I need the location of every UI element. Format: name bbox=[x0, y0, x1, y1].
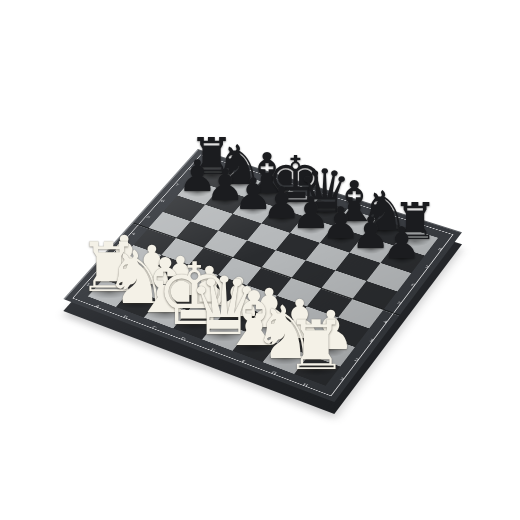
rank-label-right-4: 4 bbox=[382, 320, 388, 325]
rank-label-right-5: 5 bbox=[396, 301, 402, 305]
rank-label-right-6: 6 bbox=[410, 283, 416, 287]
product-photo-canvas: ABCDEFGH1122334455667788 ♜♞♝♚♛♝♞♜♟♟♟♟♟♟♟… bbox=[0, 0, 520, 520]
rank-label-right-8: 8 bbox=[437, 247, 443, 251]
rank-label-left-6: 6 bbox=[160, 199, 166, 203]
rank-label-right-3: 3 bbox=[368, 338, 374, 343]
rank-label-right-7: 7 bbox=[424, 265, 430, 269]
black-pawn[interactable]: ♟ bbox=[382, 221, 421, 265]
rank-label-left-5: 5 bbox=[145, 215, 151, 219]
white-rook[interactable]: ♜ bbox=[286, 311, 347, 379]
